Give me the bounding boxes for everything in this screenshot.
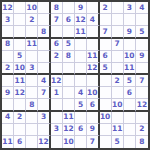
sudoku-cell-r3c11[interactable]: 9 (124, 26, 136, 38)
sudoku-cell-r4c3[interactable]: 11 (26, 39, 38, 51)
sudoku-cell-r12c12[interactable]: 8 (136, 136, 148, 148)
cell-value: 4 (90, 16, 95, 24)
sudoku-cell-r9c3[interactable]: 8 (26, 99, 38, 111)
sudoku-cell-r4c12[interactable] (136, 39, 148, 51)
sudoku-cell-r4c6[interactable]: 5 (63, 39, 75, 51)
cell-value: 3 (5, 16, 10, 24)
sudoku-cell-r6c11[interactable]: 11 (124, 63, 136, 75)
cell-value: 7 (139, 77, 144, 85)
cell-value: 4 (5, 113, 10, 121)
sudoku-cell-r11c5[interactable]: 3 (51, 124, 63, 136)
sudoku-cell-r12c5[interactable] (51, 136, 63, 148)
cell-value: 9 (139, 52, 144, 60)
sudoku-cell-r6c7[interactable] (75, 63, 87, 75)
sudoku-cell-r1c12[interactable]: 4 (136, 2, 148, 14)
sudoku-cell-r2c6[interactable]: 6 (63, 14, 75, 26)
cell-value: 11 (75, 28, 85, 36)
sudoku-cell-r4c4[interactable] (38, 39, 50, 51)
sudoku-cell-r8c12[interactable] (136, 87, 148, 99)
sudoku-cell-r7c4[interactable]: 4 (38, 75, 50, 87)
sudoku-cell-r5c7[interactable] (75, 51, 87, 63)
cell-value: 8 (66, 52, 71, 60)
cell-value: 7 (115, 40, 120, 48)
sudoku-cell-r6c6[interactable] (63, 63, 75, 75)
sudoku-cell-r7c2[interactable]: 11 (14, 75, 26, 87)
cell-value: 12 (87, 64, 97, 72)
sudoku-cell-r9c8[interactable]: 6 (87, 99, 99, 111)
sudoku-cell-r11c6[interactable]: 12 (63, 124, 75, 136)
sudoku-cell-r7c6[interactable] (63, 75, 75, 87)
cell-value: 11 (14, 77, 24, 85)
cell-value: 10 (14, 64, 24, 72)
sudoku-cell-r11c8[interactable]: 9 (87, 124, 99, 136)
cell-value: 11 (124, 64, 134, 72)
cell-value: 7 (90, 138, 95, 146)
cell-value: 6 (78, 125, 83, 133)
cell-value: 6 (54, 40, 59, 48)
sudoku-cell-r1c4[interactable] (38, 2, 50, 14)
cell-value: 2 (54, 52, 59, 60)
sudoku-cell-r2c7[interactable]: 12 (75, 14, 87, 26)
sudoku-cell-r7c1[interactable] (2, 75, 14, 87)
cell-value: 6 (90, 101, 95, 109)
sudoku-cell-r4c7[interactable] (75, 39, 87, 51)
sudoku-cell-r6c10[interactable] (112, 63, 124, 75)
sudoku-cell-r5c11[interactable]: 10 (124, 51, 136, 63)
sudoku-cell-r10c12[interactable] (136, 112, 148, 124)
cell-value: 6 (102, 52, 107, 60)
sudoku-cell-r7c9[interactable] (100, 75, 112, 87)
cell-value: 2 (29, 16, 34, 24)
cell-value: 10 (63, 138, 73, 146)
cell-value: 11 (27, 40, 37, 48)
sudoku-cell-r3c2[interactable] (14, 26, 26, 38)
cell-value: 10 (100, 113, 110, 121)
sudoku-cell-r5c4[interactable] (38, 51, 50, 63)
sudoku-cell-r4c10[interactable]: 7 (112, 39, 124, 51)
cell-value: 12 (63, 125, 73, 133)
cell-value: 4 (139, 4, 144, 12)
sudoku-cell-r7c5[interactable]: 12 (51, 75, 63, 87)
sudoku-cell-r9c10[interactable]: 10 (112, 99, 124, 111)
cell-value: 2 (5, 64, 10, 72)
sudoku-cell-r10c7[interactable] (75, 112, 87, 124)
sudoku-cell-r5c2[interactable]: 5 (14, 51, 26, 63)
cell-value: 7 (102, 28, 107, 36)
sudoku-cell-r9c4[interactable] (38, 99, 50, 111)
sudoku-cell-r1c2[interactable] (14, 2, 26, 14)
cell-value: 4 (78, 89, 83, 97)
sudoku-cell-r10c4[interactable]: 3 (38, 112, 50, 124)
sudoku-cell-r8c5[interactable]: 1 (51, 87, 63, 99)
cell-value: 8 (139, 138, 144, 146)
cell-value: 5 (115, 138, 120, 146)
sudoku-cell-r7c7[interactable] (75, 75, 87, 87)
sudoku-cell-r2c11[interactable] (124, 14, 136, 26)
sudoku-cell-r12c4[interactable]: 12 (38, 136, 50, 148)
sudoku-cell-r10c8[interactable] (87, 112, 99, 124)
sudoku-cell-r3c8[interactable] (87, 26, 99, 38)
cell-value: 6 (127, 89, 132, 97)
sudoku-cell-r12c7[interactable] (75, 136, 87, 148)
sudoku-cell-r9c11[interactable] (124, 99, 136, 111)
sudoku-cell-r2c4[interactable] (38, 14, 50, 26)
sudoku-cell-r6c8[interactable]: 12 (87, 63, 99, 75)
cell-value: 5 (17, 52, 22, 60)
sudoku-cell-r11c4[interactable] (38, 124, 50, 136)
sudoku-board: 1210892343276124811795811657528116109210… (0, 0, 150, 150)
sudoku-cell-r12c1[interactable]: 11 (2, 136, 14, 148)
sudoku-cell-r10c9[interactable]: 10 (100, 112, 112, 124)
sudoku-cell-r12c8[interactable]: 7 (87, 136, 99, 148)
sudoku-cell-r1c1[interactable]: 12 (2, 2, 14, 14)
cell-value: 2 (102, 4, 107, 12)
sudoku-cell-r1c10[interactable] (112, 2, 124, 14)
cell-value: 6 (17, 138, 22, 146)
cell-value: 7 (41, 89, 46, 97)
sudoku-cell-r7c10[interactable]: 2 (112, 75, 124, 87)
sudoku-cell-r1c5[interactable]: 8 (51, 2, 63, 14)
sudoku-cell-r3c7[interactable]: 11 (75, 26, 87, 38)
cell-value: 6 (66, 16, 71, 24)
sudoku-cell-r5c8[interactable]: 11 (87, 51, 99, 63)
sudoku-cell-r10c1[interactable]: 4 (2, 112, 14, 124)
cell-value: 2 (139, 125, 144, 133)
sudoku-cell-r9c1[interactable] (2, 99, 14, 111)
sudoku-cell-r8c7[interactable]: 4 (75, 87, 87, 99)
sudoku-cell-r6c9[interactable]: 5 (100, 63, 112, 75)
sudoku-cell-r3c12[interactable]: 5 (136, 26, 148, 38)
sudoku-cell-r12c11[interactable] (124, 136, 136, 148)
sudoku-cell-r4c9[interactable] (100, 39, 112, 51)
sudoku-cell-r12c3[interactable] (26, 136, 38, 148)
sudoku-cell-r6c3[interactable]: 3 (26, 63, 38, 75)
cell-value: 5 (139, 28, 144, 36)
sudoku-cell-r12c6[interactable]: 10 (63, 136, 75, 148)
sudoku-cell-r5c12[interactable]: 9 (136, 51, 148, 63)
cell-value: 3 (29, 64, 34, 72)
cell-value: 4 (41, 77, 46, 85)
sudoku-cell-r9c12[interactable]: 12 (136, 99, 148, 111)
cell-value: 12 (137, 101, 147, 109)
cell-value: 8 (5, 40, 10, 48)
cell-value: 9 (78, 4, 83, 12)
sudoku-cell-r11c3[interactable] (26, 124, 38, 136)
cell-value: 7 (54, 16, 59, 24)
cell-value: 10 (27, 4, 37, 12)
cell-value: 9 (127, 28, 132, 36)
sudoku-cell-r3c5[interactable] (51, 26, 63, 38)
cell-value: 3 (127, 4, 132, 12)
cell-value: 11 (112, 125, 122, 133)
cell-value: 12 (2, 4, 12, 12)
sudoku-cell-r6c2[interactable]: 10 (14, 63, 26, 75)
sudoku-cell-r7c3[interactable] (26, 75, 38, 87)
sudoku-cell-r9c6[interactable] (63, 99, 75, 111)
sudoku-cell-r6c4[interactable] (38, 63, 50, 75)
sudoku-cell-r11c10[interactable]: 11 (112, 124, 124, 136)
sudoku-cell-r1c8[interactable] (87, 2, 99, 14)
sudoku-cell-r9c5[interactable] (51, 99, 63, 111)
sudoku-cell-r8c3[interactable] (26, 87, 38, 99)
cell-value: 12 (14, 89, 24, 97)
sudoku-cell-r2c3[interactable]: 2 (26, 14, 38, 26)
sudoku-cell-r8c4[interactable]: 7 (38, 87, 50, 99)
sudoku-cell-r6c1[interactable]: 2 (2, 63, 14, 75)
sudoku-cell-r8c1[interactable]: 9 (2, 87, 14, 99)
sudoku-cell-r8c6[interactable] (63, 87, 75, 99)
sudoku-cell-r9c9[interactable] (100, 99, 112, 111)
sudoku-cell-r5c1[interactable] (2, 51, 14, 63)
sudoku-cell-r11c1[interactable] (2, 124, 14, 136)
sudoku-cell-r2c1[interactable]: 3 (2, 14, 14, 26)
cell-value: 9 (5, 89, 10, 97)
sudoku-cell-r2c9[interactable] (100, 14, 112, 26)
cell-value: 12 (75, 16, 85, 24)
cell-value: 10 (124, 52, 134, 60)
cell-value: 5 (127, 77, 132, 85)
cell-value: 2 (17, 113, 22, 121)
sudoku-cell-r9c2[interactable] (14, 99, 26, 111)
cell-value: 12 (51, 77, 61, 85)
sudoku-cell-r8c8[interactable]: 10 (87, 87, 99, 99)
sudoku-cell-r10c10[interactable] (112, 112, 124, 124)
sudoku-cell-r10c6[interactable]: 11 (63, 112, 75, 124)
sudoku-cell-r12c10[interactable]: 5 (112, 136, 124, 148)
sudoku-cell-r11c9[interactable] (100, 124, 112, 136)
cell-value: 8 (29, 101, 34, 109)
sudoku-cell-r1c3[interactable]: 10 (26, 2, 38, 14)
sudoku-cell-r5c10[interactable] (112, 51, 124, 63)
cell-value: 5 (102, 64, 107, 72)
cell-value: 10 (112, 101, 122, 109)
sudoku-cell-r10c11[interactable] (124, 112, 136, 124)
sudoku-cell-r7c12[interactable]: 7 (136, 75, 148, 87)
sudoku-cell-r1c9[interactable]: 2 (100, 2, 112, 14)
sudoku-cell-r3c4[interactable]: 8 (38, 26, 50, 38)
sudoku-cell-r11c2[interactable] (14, 124, 26, 136)
sudoku-cell-r10c5[interactable] (51, 112, 63, 124)
sudoku-cell-r1c11[interactable]: 3 (124, 2, 136, 14)
sudoku-cell-r10c3[interactable] (26, 112, 38, 124)
sudoku-cell-r8c2[interactable]: 12 (14, 87, 26, 99)
sudoku-cell-r4c8[interactable] (87, 39, 99, 51)
cell-value: 8 (41, 28, 46, 36)
sudoku-cell-r4c2[interactable] (14, 39, 26, 51)
sudoku-cell-r11c12[interactable]: 2 (136, 124, 148, 136)
cell-value: 9 (90, 125, 95, 133)
cell-value: 10 (87, 89, 97, 97)
sudoku-cell-r4c1[interactable]: 8 (2, 39, 14, 51)
cell-value: 8 (54, 4, 59, 12)
cell-value: 5 (66, 40, 71, 48)
sudoku-cell-r7c11[interactable]: 5 (124, 75, 136, 87)
sudoku-cell-r2c5[interactable]: 7 (51, 14, 63, 26)
sudoku-cell-r2c2[interactable] (14, 14, 26, 26)
sudoku-cell-r3c10[interactable] (112, 26, 124, 38)
cell-value: 1 (54, 89, 59, 97)
sudoku-cell-r2c12[interactable] (136, 14, 148, 26)
cell-value: 11 (2, 138, 12, 146)
cell-value: 11 (87, 52, 97, 60)
sudoku-cell-r7c8[interactable] (87, 75, 99, 87)
sudoku-cell-r5c9[interactable]: 6 (100, 51, 112, 63)
sudoku-cell-r8c9[interactable] (100, 87, 112, 99)
sudoku-cell-r11c7[interactable]: 6 (75, 124, 87, 136)
cell-value: 11 (63, 113, 73, 121)
cell-value: 2 (115, 77, 120, 85)
sudoku-cell-r2c8[interactable]: 4 (87, 14, 99, 26)
cell-value: 12 (38, 138, 48, 146)
sudoku-cell-r10c2[interactable]: 2 (14, 112, 26, 124)
sudoku-cell-r3c3[interactable] (26, 26, 38, 38)
sudoku-cell-r3c1[interactable] (2, 26, 14, 38)
cell-value: 3 (54, 125, 59, 133)
sudoku-cell-r6c5[interactable] (51, 63, 63, 75)
sudoku-cell-r5c3[interactable] (26, 51, 38, 63)
sudoku-cell-r12c2[interactable]: 6 (14, 136, 26, 148)
sudoku-cell-r3c9[interactable]: 7 (100, 26, 112, 38)
sudoku-cell-r6c12[interactable] (136, 63, 148, 75)
sudoku-cell-r8c10[interactable] (112, 87, 124, 99)
cell-value: 3 (41, 113, 46, 121)
sudoku-cell-r2c10[interactable] (112, 14, 124, 26)
cell-value: 5 (78, 101, 83, 109)
sudoku-cell-r4c5[interactable]: 6 (51, 39, 63, 51)
sudoku-cell-r9c7[interactable]: 5 (75, 99, 87, 111)
sudoku-cell-r11c11[interactable] (124, 124, 136, 136)
sudoku-cell-r12c9[interactable] (100, 136, 112, 148)
sudoku-cell-r3c6[interactable] (63, 26, 75, 38)
sudoku-cell-r8c11[interactable]: 6 (124, 87, 136, 99)
sudoku-cell-r4c11[interactable] (124, 39, 136, 51)
sudoku-cell-r1c6[interactable] (63, 2, 75, 14)
sudoku-cell-r1c7[interactable]: 9 (75, 2, 87, 14)
sudoku-cell-r5c6[interactable]: 8 (63, 51, 75, 63)
sudoku-cell-r5c5[interactable]: 2 (51, 51, 63, 63)
